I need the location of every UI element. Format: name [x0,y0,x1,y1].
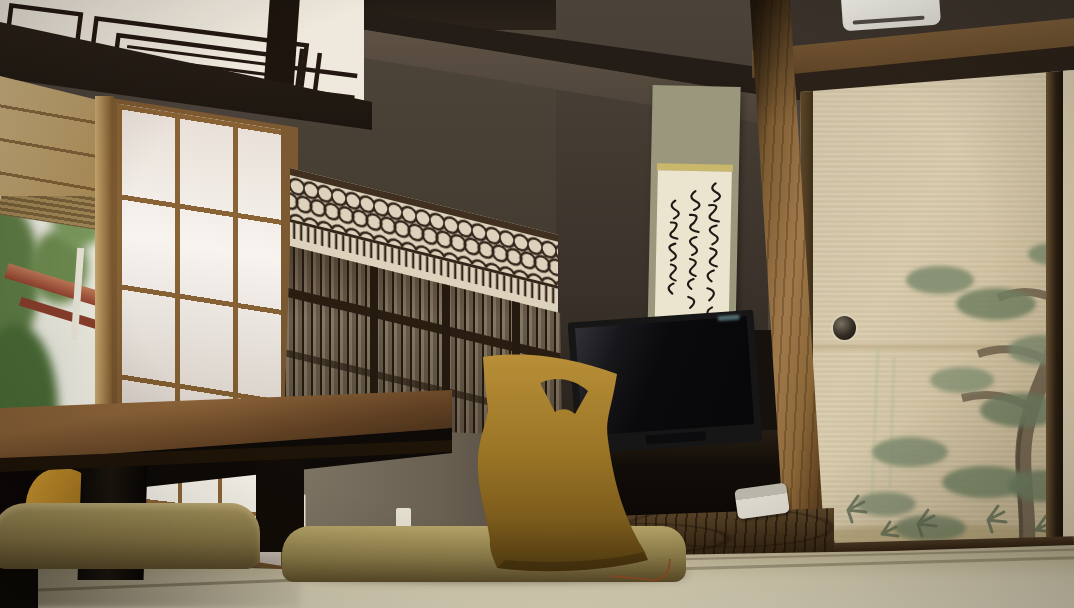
hanging-scroll [647,85,740,341]
zaisu-chair[interactable] [455,348,655,576]
pine-painting [790,58,1074,560]
scroll-calligraphy [655,170,732,330]
scroll-paper [655,170,732,330]
fusuma-door[interactable] [790,58,1074,560]
ac-vent [853,16,925,25]
hikite-door-pull[interactable] [833,316,856,340]
fusuma-stile [1046,66,1063,552]
japanese-room-photo [0,0,1074,608]
fusuma-second-panel [1063,64,1074,552]
left-zabuton [0,503,260,569]
